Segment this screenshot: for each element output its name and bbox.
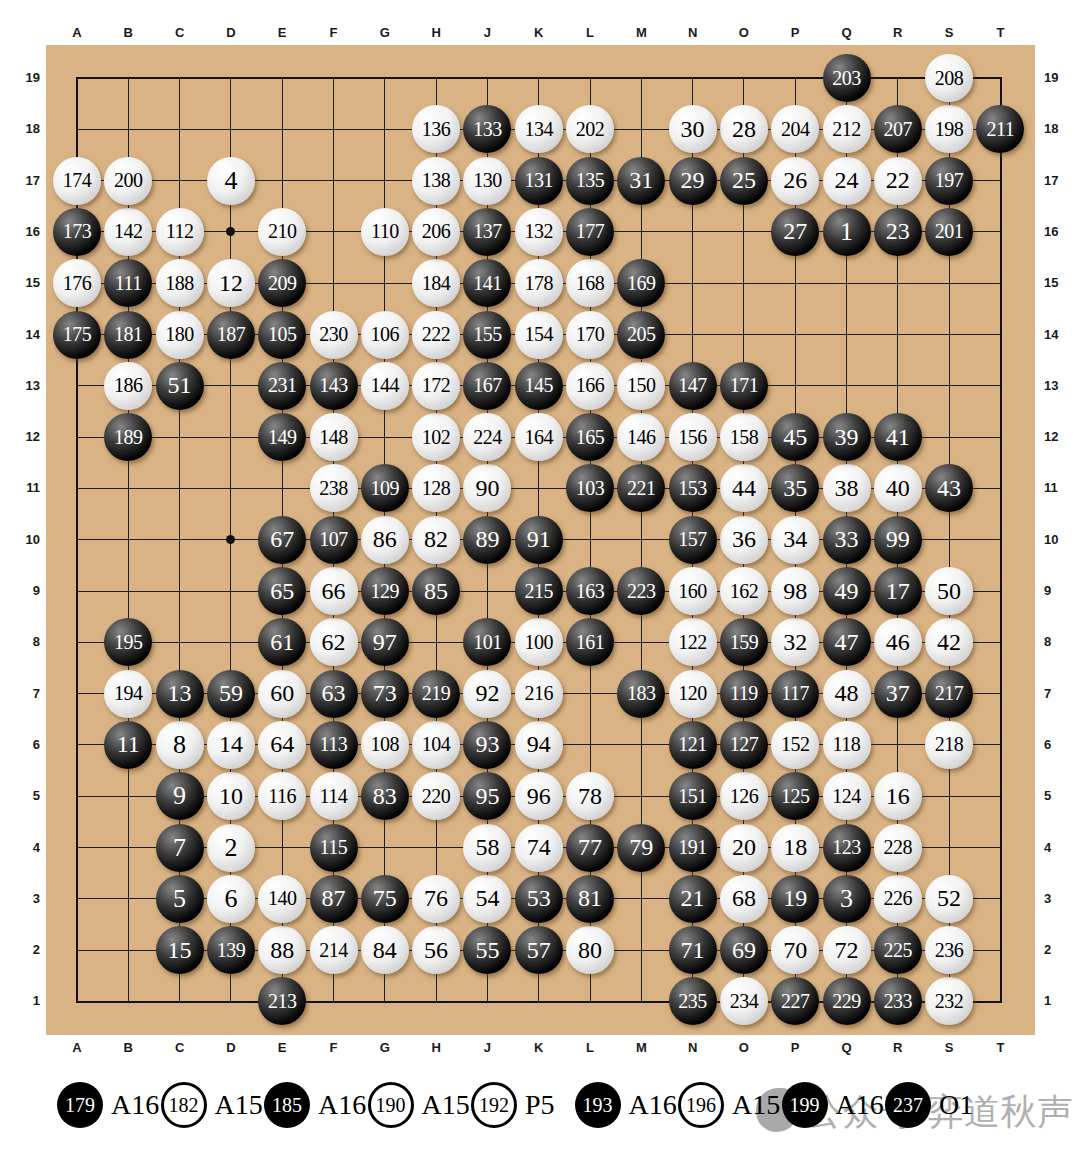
stone-L17: 135 bbox=[566, 157, 614, 205]
stone-move-number: 151 bbox=[678, 785, 707, 808]
stone-move-number: 64 bbox=[270, 731, 294, 758]
stone-N6: 121 bbox=[669, 721, 717, 769]
stone-S19: 208 bbox=[925, 54, 973, 102]
stone-move-number: 119 bbox=[730, 682, 758, 705]
caption-coord-182: A15 bbox=[215, 1082, 263, 1128]
stone-move-number: 134 bbox=[524, 118, 553, 141]
stone-F3: 87 bbox=[310, 875, 358, 923]
stone-move-number: 72 bbox=[835, 937, 859, 964]
stone-B13: 186 bbox=[104, 362, 152, 410]
caption-coord-185: A16 bbox=[318, 1082, 366, 1128]
stone-move-number: 93 bbox=[475, 731, 499, 758]
go-board: 1234567891011121314151617181920212223242… bbox=[46, 45, 1035, 1035]
stone-O13: 171 bbox=[720, 362, 768, 410]
stone-move-number: 65 bbox=[270, 578, 294, 605]
stone-move-number: 121 bbox=[678, 733, 707, 756]
stone-J16: 137 bbox=[463, 208, 511, 256]
stone-F12: 148 bbox=[310, 413, 358, 461]
stone-Q19: 203 bbox=[823, 54, 871, 102]
stone-H15: 184 bbox=[412, 259, 460, 307]
stone-move-number: 30 bbox=[681, 116, 705, 143]
stone-move-number: 187 bbox=[217, 323, 246, 346]
stone-move-number: 34 bbox=[783, 526, 807, 553]
coord-label-top-T: T bbox=[985, 24, 1015, 42]
stone-O5: 126 bbox=[720, 772, 768, 820]
stone-move-number: 175 bbox=[63, 323, 92, 346]
stone-move-number: 99 bbox=[886, 526, 910, 553]
stone-move-number: 59 bbox=[219, 680, 243, 707]
coord-label-right-5: 5 bbox=[1044, 787, 1078, 805]
stone-K13: 145 bbox=[515, 362, 563, 410]
stone-move-number: 40 bbox=[886, 475, 910, 502]
stone-S9: 50 bbox=[925, 567, 973, 615]
coord-label-left-12: 12 bbox=[6, 428, 40, 446]
coord-label-right-9: 9 bbox=[1044, 582, 1078, 600]
stone-H16: 206 bbox=[412, 208, 460, 256]
stone-move-number: 79 bbox=[629, 834, 653, 861]
stone-move-number: 197 bbox=[935, 169, 964, 192]
stone-move-number: 24 bbox=[835, 167, 859, 194]
stone-move-number: 41 bbox=[886, 424, 910, 451]
stone-move-number: 70 bbox=[783, 937, 807, 964]
stone-move-number: 215 bbox=[524, 580, 553, 603]
stone-M4: 79 bbox=[617, 824, 665, 872]
stone-move-number: 62 bbox=[322, 629, 346, 656]
stone-move-number: 226 bbox=[884, 887, 913, 910]
coord-label-left-10: 10 bbox=[6, 531, 40, 549]
stone-move-number: 84 bbox=[373, 937, 397, 964]
stone-E10: 67 bbox=[258, 516, 306, 564]
stone-move-number: 17 bbox=[886, 578, 910, 605]
stone-J10: 89 bbox=[463, 516, 511, 564]
stone-move-number: 227 bbox=[781, 990, 810, 1013]
stone-move-number: 78 bbox=[578, 783, 602, 810]
caption-stone-193: 193 bbox=[575, 1082, 621, 1128]
stone-move-number: 203 bbox=[832, 67, 861, 90]
stone-move-number: 98 bbox=[783, 578, 807, 605]
stone-C7: 13 bbox=[156, 670, 204, 718]
stone-move-number: 160 bbox=[678, 580, 707, 603]
stone-move-number: 36 bbox=[732, 526, 756, 553]
stone-C4: 7 bbox=[156, 824, 204, 872]
caption-entry-190: 190A15 bbox=[368, 1082, 470, 1128]
stone-move-number: 235 bbox=[678, 990, 707, 1013]
stone-E9: 65 bbox=[258, 567, 306, 615]
stone-move-number: 213 bbox=[268, 990, 297, 1013]
stone-O3: 68 bbox=[720, 875, 768, 923]
stone-move-number: 129 bbox=[371, 580, 400, 603]
stone-P7: 117 bbox=[771, 670, 819, 718]
stone-J4: 58 bbox=[463, 824, 511, 872]
stone-move-number: 218 bbox=[935, 733, 964, 756]
stone-D14: 187 bbox=[207, 311, 255, 359]
stone-move-number: 28 bbox=[732, 116, 756, 143]
stone-move-number: 106 bbox=[371, 323, 400, 346]
stone-S16: 201 bbox=[925, 208, 973, 256]
stone-E16: 210 bbox=[258, 208, 306, 256]
stone-Q12: 39 bbox=[823, 413, 871, 461]
stone-move-number: 147 bbox=[678, 374, 707, 397]
coord-label-top-O: O bbox=[729, 24, 759, 42]
coord-label-bottom-A: A bbox=[62, 1039, 92, 1057]
stone-move-number: 204 bbox=[781, 118, 810, 141]
coord-label-bottom-K: K bbox=[524, 1039, 554, 1057]
stone-move-number: 168 bbox=[576, 272, 605, 295]
coord-label-top-R: R bbox=[883, 24, 913, 42]
stone-E13: 231 bbox=[258, 362, 306, 410]
stone-move-number: 94 bbox=[527, 731, 551, 758]
stone-move-number: 33 bbox=[835, 526, 859, 553]
stone-P2: 70 bbox=[771, 926, 819, 974]
stone-Q8: 47 bbox=[823, 618, 871, 666]
stone-D2: 139 bbox=[207, 926, 255, 974]
stone-move-number: 27 bbox=[783, 218, 807, 245]
stone-C14: 180 bbox=[156, 311, 204, 359]
stone-H5: 220 bbox=[412, 772, 460, 820]
stone-N8: 122 bbox=[669, 618, 717, 666]
coord-label-right-17: 17 bbox=[1044, 172, 1078, 190]
stone-move-number: 138 bbox=[422, 169, 451, 192]
stone-O1: 234 bbox=[720, 977, 768, 1025]
stone-K17: 131 bbox=[515, 157, 563, 205]
caption-stone-237: 237 bbox=[885, 1082, 931, 1128]
stone-F10: 107 bbox=[310, 516, 358, 564]
stone-O2: 69 bbox=[720, 926, 768, 974]
stone-move-number: 75 bbox=[373, 885, 397, 912]
stone-F6: 113 bbox=[310, 721, 358, 769]
stone-P12: 45 bbox=[771, 413, 819, 461]
stone-G10: 86 bbox=[361, 516, 409, 564]
stone-Q11: 38 bbox=[823, 464, 871, 512]
stone-Q5: 124 bbox=[823, 772, 871, 820]
stone-move-number: 174 bbox=[63, 169, 92, 192]
stone-F4: 115 bbox=[310, 824, 358, 872]
coord-label-left-15: 15 bbox=[6, 274, 40, 292]
coord-label-bottom-H: H bbox=[421, 1039, 451, 1057]
stone-move-number: 110 bbox=[371, 220, 399, 243]
coord-label-bottom-Q: Q bbox=[832, 1039, 862, 1057]
stone-move-number: 178 bbox=[524, 272, 553, 295]
stone-R7: 37 bbox=[874, 670, 922, 718]
stone-move-number: 21 bbox=[681, 885, 705, 912]
coord-label-right-14: 14 bbox=[1044, 326, 1078, 344]
stone-move-number: 101 bbox=[473, 631, 502, 654]
stone-O11: 44 bbox=[720, 464, 768, 512]
stone-move-number: 172 bbox=[422, 374, 451, 397]
stone-D4: 2 bbox=[207, 824, 255, 872]
stone-H13: 172 bbox=[412, 362, 460, 410]
stone-move-number: 154 bbox=[524, 323, 553, 346]
stone-move-number: 45 bbox=[783, 424, 807, 451]
stone-move-number: 104 bbox=[422, 733, 451, 756]
coord-label-top-B: B bbox=[113, 24, 143, 42]
stone-move-number: 208 bbox=[935, 67, 964, 90]
stone-R1: 233 bbox=[874, 977, 922, 1025]
coord-label-bottom-E: E bbox=[267, 1039, 297, 1057]
coord-label-bottom-M: M bbox=[626, 1039, 656, 1057]
stone-C3: 5 bbox=[156, 875, 204, 923]
stone-H2: 56 bbox=[412, 926, 460, 974]
stone-move-number: 29 bbox=[681, 167, 705, 194]
stone-N13: 147 bbox=[669, 362, 717, 410]
stone-move-number: 71 bbox=[681, 937, 705, 964]
coord-label-bottom-L: L bbox=[575, 1039, 605, 1057]
stone-move-number: 188 bbox=[165, 272, 194, 295]
stone-Q6: 118 bbox=[823, 721, 871, 769]
stone-move-number: 209 bbox=[268, 272, 297, 295]
stone-move-number: 229 bbox=[832, 990, 861, 1013]
coord-label-bottom-R: R bbox=[883, 1039, 913, 1057]
stone-move-number: 224 bbox=[473, 426, 502, 449]
stone-K8: 100 bbox=[515, 618, 563, 666]
caption-entry-237: 237O1 bbox=[885, 1082, 987, 1128]
stone-G2: 84 bbox=[361, 926, 409, 974]
stone-S3: 52 bbox=[925, 875, 973, 923]
stone-L12: 165 bbox=[566, 413, 614, 461]
caption-stone-179: 179 bbox=[57, 1082, 103, 1128]
stone-L8: 161 bbox=[566, 618, 614, 666]
stone-K18: 134 bbox=[515, 105, 563, 153]
coord-label-top-D: D bbox=[216, 24, 246, 42]
stone-move-number: 183 bbox=[627, 682, 656, 705]
stone-O8: 159 bbox=[720, 618, 768, 666]
stone-move-number: 5 bbox=[173, 884, 186, 914]
stone-L18: 202 bbox=[566, 105, 614, 153]
stone-move-number: 153 bbox=[678, 477, 707, 500]
coord-label-top-N: N bbox=[678, 24, 708, 42]
stone-move-number: 163 bbox=[576, 580, 605, 603]
stone-C6: 8 bbox=[156, 721, 204, 769]
stone-move-number: 152 bbox=[781, 733, 810, 756]
stone-move-number: 73 bbox=[373, 680, 397, 707]
stone-move-number: 221 bbox=[627, 477, 656, 500]
stone-move-number: 148 bbox=[319, 426, 348, 449]
stone-L4: 77 bbox=[566, 824, 614, 872]
coord-label-right-11: 11 bbox=[1044, 479, 1078, 497]
stone-L9: 163 bbox=[566, 567, 614, 615]
stone-R12: 41 bbox=[874, 413, 922, 461]
stone-move-number: 48 bbox=[835, 680, 859, 707]
stone-move-number: 69 bbox=[732, 937, 756, 964]
caption-stone-182: 182 bbox=[161, 1082, 207, 1128]
stone-move-number: 12 bbox=[219, 270, 243, 297]
stone-P9: 98 bbox=[771, 567, 819, 615]
stone-move-number: 46 bbox=[886, 629, 910, 656]
stone-move-number: 205 bbox=[627, 323, 656, 346]
stone-K6: 94 bbox=[515, 721, 563, 769]
stone-K3: 53 bbox=[515, 875, 563, 923]
stone-move-number: 231 bbox=[268, 374, 297, 397]
stone-K9: 215 bbox=[515, 567, 563, 615]
stone-move-number: 181 bbox=[114, 323, 143, 346]
stone-Q9: 49 bbox=[823, 567, 871, 615]
coord-label-left-6: 6 bbox=[6, 736, 40, 754]
stone-move-number: 20 bbox=[732, 834, 756, 861]
stone-move-number: 50 bbox=[937, 578, 961, 605]
stone-Q10: 33 bbox=[823, 516, 871, 564]
stone-Q1: 229 bbox=[823, 977, 871, 1025]
stone-S6: 218 bbox=[925, 721, 973, 769]
stone-move-number: 47 bbox=[835, 629, 859, 656]
stone-P3: 19 bbox=[771, 875, 819, 923]
stone-move-number: 89 bbox=[475, 526, 499, 553]
stone-move-number: 222 bbox=[422, 323, 451, 346]
coord-label-top-M: M bbox=[626, 24, 656, 42]
stone-move-number: 113 bbox=[320, 733, 348, 756]
stone-M7: 183 bbox=[617, 670, 665, 718]
stone-move-number: 42 bbox=[937, 629, 961, 656]
stone-move-number: 51 bbox=[168, 372, 192, 399]
coord-label-bottom-B: B bbox=[113, 1039, 143, 1057]
stone-J3: 54 bbox=[463, 875, 511, 923]
coord-label-left-19: 19 bbox=[6, 69, 40, 87]
stone-G5: 83 bbox=[361, 772, 409, 820]
stone-R10: 99 bbox=[874, 516, 922, 564]
stone-move-number: 177 bbox=[576, 220, 605, 243]
stone-G9: 129 bbox=[361, 567, 409, 615]
coord-label-bottom-G: G bbox=[370, 1039, 400, 1057]
stone-H7: 219 bbox=[412, 670, 460, 718]
stone-move-number: 162 bbox=[730, 580, 759, 603]
stone-A17: 174 bbox=[53, 157, 101, 205]
stone-Q18: 212 bbox=[823, 105, 871, 153]
stone-move-number: 180 bbox=[165, 323, 194, 346]
stone-move-number: 58 bbox=[475, 834, 499, 861]
stone-move-number: 173 bbox=[63, 220, 92, 243]
coord-label-top-A: A bbox=[62, 24, 92, 42]
stone-G11: 109 bbox=[361, 464, 409, 512]
caption-stone-192: 192 bbox=[471, 1082, 517, 1128]
stone-K4: 74 bbox=[515, 824, 563, 872]
caption-coord-192: P5 bbox=[525, 1082, 555, 1128]
stone-O7: 119 bbox=[720, 670, 768, 718]
stone-move-number: 66 bbox=[322, 578, 346, 605]
stone-move-number: 206 bbox=[422, 220, 451, 243]
stone-C15: 188 bbox=[156, 259, 204, 307]
stone-move-number: 238 bbox=[319, 477, 348, 500]
stone-move-number: 26 bbox=[783, 167, 807, 194]
stone-E2: 88 bbox=[258, 926, 306, 974]
stone-C13: 51 bbox=[156, 362, 204, 410]
stone-move-number: 38 bbox=[835, 475, 859, 502]
caption-stone-196: 196 bbox=[678, 1082, 724, 1128]
stone-move-number: 124 bbox=[832, 785, 861, 808]
stone-D6: 14 bbox=[207, 721, 255, 769]
stone-Q2: 72 bbox=[823, 926, 871, 974]
stone-N2: 71 bbox=[669, 926, 717, 974]
stone-H3: 76 bbox=[412, 875, 460, 923]
stone-move-number: 15 bbox=[168, 937, 192, 964]
stone-O18: 28 bbox=[720, 105, 768, 153]
stone-move-number: 166 bbox=[576, 374, 605, 397]
stone-H14: 222 bbox=[412, 311, 460, 359]
stone-move-number: 137 bbox=[473, 220, 502, 243]
stone-L3: 81 bbox=[566, 875, 614, 923]
stone-move-number: 155 bbox=[473, 323, 502, 346]
stone-G14: 106 bbox=[361, 311, 409, 359]
stone-Q16: 1 bbox=[823, 208, 871, 256]
stone-move-number: 140 bbox=[268, 887, 297, 910]
caption-coord-237: O1 bbox=[939, 1082, 973, 1128]
stone-move-number: 156 bbox=[678, 426, 707, 449]
stone-N10: 157 bbox=[669, 516, 717, 564]
stone-F7: 63 bbox=[310, 670, 358, 718]
stone-move-number: 139 bbox=[217, 939, 246, 962]
coord-label-left-1: 1 bbox=[6, 992, 40, 1010]
stone-J14: 155 bbox=[463, 311, 511, 359]
stone-move-number: 11 bbox=[117, 731, 140, 758]
stone-D15: 12 bbox=[207, 259, 255, 307]
stone-move-number: 32 bbox=[783, 629, 807, 656]
stone-L14: 170 bbox=[566, 311, 614, 359]
stone-P6: 152 bbox=[771, 721, 819, 769]
stone-R2: 225 bbox=[874, 926, 922, 974]
stone-L15: 168 bbox=[566, 259, 614, 307]
stone-O10: 36 bbox=[720, 516, 768, 564]
stone-move-number: 112 bbox=[166, 220, 194, 243]
stone-move-number: 117 bbox=[781, 682, 809, 705]
stone-move-number: 200 bbox=[114, 169, 143, 192]
stone-move-number: 128 bbox=[422, 477, 451, 500]
stone-B16: 142 bbox=[104, 208, 152, 256]
stone-move-number: 77 bbox=[578, 834, 602, 861]
stone-M9: 223 bbox=[617, 567, 665, 615]
stone-move-number: 96 bbox=[527, 783, 551, 810]
stone-F14: 230 bbox=[310, 311, 358, 359]
stone-move-number: 92 bbox=[475, 680, 499, 707]
coord-label-bottom-J: J bbox=[472, 1039, 502, 1057]
stone-T18: 211 bbox=[976, 105, 1024, 153]
stone-K7: 216 bbox=[515, 670, 563, 718]
stone-move-number: 170 bbox=[576, 323, 605, 346]
stone-move-number: 214 bbox=[319, 939, 348, 962]
stone-L16: 177 bbox=[566, 208, 614, 256]
stone-move-number: 132 bbox=[524, 220, 553, 243]
stone-move-number: 143 bbox=[319, 374, 348, 397]
coord-label-bottom-D: D bbox=[216, 1039, 246, 1057]
stone-move-number: 25 bbox=[732, 167, 756, 194]
stone-G8: 97 bbox=[361, 618, 409, 666]
stone-O17: 25 bbox=[720, 157, 768, 205]
stone-move-number: 184 bbox=[422, 272, 451, 295]
coord-label-top-H: H bbox=[421, 24, 451, 42]
stone-R17: 22 bbox=[874, 157, 922, 205]
stone-move-number: 219 bbox=[422, 682, 451, 705]
stone-move-number: 108 bbox=[371, 733, 400, 756]
stone-R3: 226 bbox=[874, 875, 922, 923]
caption-stone-190: 190 bbox=[368, 1082, 414, 1128]
coord-label-bottom-N: N bbox=[678, 1039, 708, 1057]
stone-move-number: 189 bbox=[114, 426, 143, 449]
caption-entry-182: 182A15 bbox=[161, 1082, 263, 1128]
stone-K2: 57 bbox=[515, 926, 563, 974]
stone-move-number: 136 bbox=[422, 118, 451, 141]
stone-move-number: 232 bbox=[935, 990, 964, 1013]
stone-move-number: 16 bbox=[886, 783, 910, 810]
stone-M14: 205 bbox=[617, 311, 665, 359]
move-caption: 179A16182A15185A16190A15192P5193A16196A1… bbox=[57, 1082, 1057, 1128]
stone-move-number: 1 bbox=[840, 217, 853, 247]
stone-move-number: 80 bbox=[578, 937, 602, 964]
stone-move-number: 220 bbox=[422, 785, 451, 808]
stone-F9: 66 bbox=[310, 567, 358, 615]
stone-O9: 162 bbox=[720, 567, 768, 615]
stone-move-number: 126 bbox=[730, 785, 759, 808]
stone-G7: 73 bbox=[361, 670, 409, 718]
caption-coord-193: A16 bbox=[629, 1082, 677, 1128]
stone-Q4: 123 bbox=[823, 824, 871, 872]
coord-label-top-J: J bbox=[472, 24, 502, 42]
